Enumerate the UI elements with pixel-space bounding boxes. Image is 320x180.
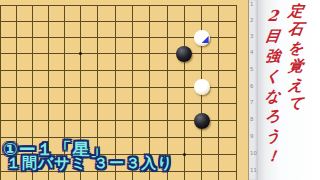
stone-black-R12: [194, 113, 210, 129]
title-text-char: え: [284, 77, 308, 93]
video-frame: 1234567891011 定石を覚えて2目強くなろう！ ①ー１「星」 １間バサ…: [0, 0, 320, 180]
stone-white-R17: [194, 30, 210, 46]
grid-line: [0, 21, 236, 22]
grid-line: [0, 5, 236, 6]
title-panel: 定石を覚えて2目強くなろう！: [258, 0, 320, 180]
row-coordinate-label: 1: [250, 2, 256, 7]
row-coordinate-label: 6: [250, 84, 256, 89]
grid-line: [0, 53, 236, 54]
title-text-char: 覚: [284, 58, 308, 74]
title-text-char: 石: [284, 21, 308, 37]
star-point: [79, 52, 82, 55]
title-text-char: う: [261, 128, 285, 144]
title-text-char: を: [284, 40, 308, 56]
title-text-char: 強: [261, 48, 285, 64]
last-move-triangle-marker: [202, 36, 209, 43]
title-text-char: 目: [261, 28, 285, 44]
title-text-char: 定: [284, 3, 308, 19]
grid-line: [0, 70, 236, 71]
stone-white-R14: [194, 79, 210, 95]
title-text-char: て: [284, 95, 308, 111]
row-coordinate-label: 10: [250, 151, 256, 156]
row-coordinate-label: 11: [250, 168, 256, 173]
row-coordinate-label: 7: [250, 101, 256, 106]
row-coordinate-label: 5: [250, 67, 256, 72]
row-coordinate-label: 8: [250, 117, 256, 122]
row-coordinate-label: 4: [250, 50, 256, 55]
title-text-char: ろ: [261, 108, 285, 124]
title-text-char: ！: [261, 148, 285, 164]
title-text-char: 2: [261, 8, 285, 24]
grid-line: [0, 103, 236, 104]
coordinate-strip: 1234567891011: [248, 0, 258, 180]
star-point: [183, 153, 186, 156]
title-text-char: な: [261, 88, 285, 104]
stone-black-Q16: [176, 46, 192, 62]
row-coordinate-label: 9: [250, 134, 256, 139]
row-coordinate-label: 3: [250, 34, 256, 39]
caption-line-2: １間バサミ ３ー３入り: [6, 154, 174, 173]
row-coordinate-label: 2: [250, 18, 256, 23]
title-text-char: く: [261, 68, 285, 84]
